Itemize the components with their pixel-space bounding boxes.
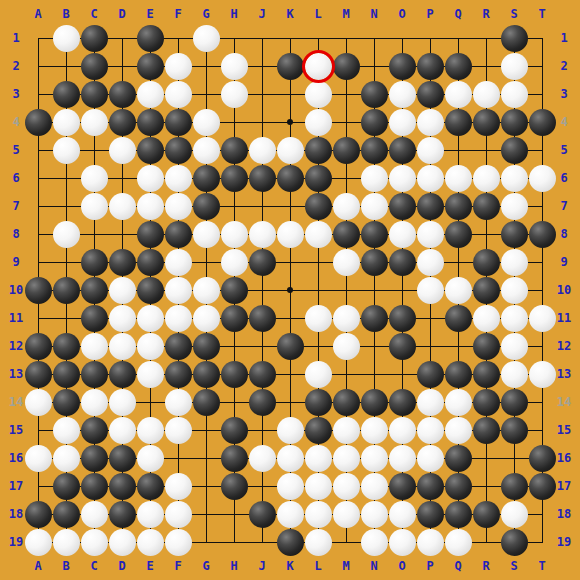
stone-black-H10 xyxy=(221,277,248,304)
stone-black-A10 xyxy=(25,277,52,304)
stone-white-H8 xyxy=(221,221,248,248)
stone-white-L16 xyxy=(305,445,332,472)
stone-white-L19 xyxy=(305,529,332,556)
stone-black-R7 xyxy=(473,193,500,220)
stone-white-N19 xyxy=(361,529,388,556)
coord-label-bottom-H: H xyxy=(220,559,248,573)
stone-white-C4 xyxy=(81,109,108,136)
coord-label-top-D: D xyxy=(108,7,136,21)
coord-label-top-O: O xyxy=(388,7,416,21)
stone-white-P10 xyxy=(417,277,444,304)
coord-label-top-K: K xyxy=(276,7,304,21)
stone-white-E16 xyxy=(137,445,164,472)
stone-black-S14 xyxy=(501,389,528,416)
stone-black-T17 xyxy=(529,473,556,500)
go-board-app: AA11BB22CC33DD44EE55FF66GG77HH88JJ99KK10… xyxy=(0,0,580,580)
stone-white-S9 xyxy=(501,249,528,276)
coord-label-right-1: 1 xyxy=(552,31,576,45)
stone-white-G4 xyxy=(193,109,220,136)
stone-black-O12 xyxy=(389,333,416,360)
stone-black-R4 xyxy=(473,109,500,136)
stone-white-M12 xyxy=(333,333,360,360)
stone-white-H3 xyxy=(221,81,248,108)
coord-label-top-M: M xyxy=(332,7,360,21)
stone-white-T6 xyxy=(529,165,556,192)
stone-white-P15 xyxy=(417,417,444,444)
stone-white-L3 xyxy=(305,81,332,108)
stone-white-E3 xyxy=(137,81,164,108)
stone-black-J18 xyxy=(249,501,276,528)
stone-white-K17 xyxy=(277,473,304,500)
stone-black-P18 xyxy=(417,501,444,528)
stone-black-D9 xyxy=(109,249,136,276)
stone-white-F19 xyxy=(165,529,192,556)
stone-black-J9 xyxy=(249,249,276,276)
stone-white-K16 xyxy=(277,445,304,472)
stone-white-O15 xyxy=(389,417,416,444)
stone-white-P19 xyxy=(417,529,444,556)
stone-black-N14 xyxy=(361,389,388,416)
stone-black-O2 xyxy=(389,53,416,80)
stone-white-M18 xyxy=(333,501,360,528)
stone-black-Q2 xyxy=(445,53,472,80)
stone-black-N8 xyxy=(361,221,388,248)
stone-black-G14 xyxy=(193,389,220,416)
stone-white-C18 xyxy=(81,501,108,528)
stone-black-G12 xyxy=(193,333,220,360)
stone-white-L17 xyxy=(305,473,332,500)
stone-white-O6 xyxy=(389,165,416,192)
stone-white-Q10 xyxy=(445,277,472,304)
stone-white-G1 xyxy=(193,25,220,52)
stone-white-F14 xyxy=(165,389,192,416)
coord-label-bottom-D: D xyxy=(108,559,136,573)
coord-label-bottom-F: F xyxy=(164,559,192,573)
stone-white-E7 xyxy=(137,193,164,220)
stone-white-P6 xyxy=(417,165,444,192)
coord-label-top-A: A xyxy=(24,7,52,21)
stone-black-Q11 xyxy=(445,305,472,332)
coord-label-bottom-S: S xyxy=(500,559,528,573)
coord-label-right-12: 12 xyxy=(552,339,576,353)
stone-white-Q3 xyxy=(445,81,472,108)
stone-black-S5 xyxy=(501,137,528,164)
stone-black-H16 xyxy=(221,445,248,472)
stone-white-P16 xyxy=(417,445,444,472)
stone-black-P2 xyxy=(417,53,444,80)
stone-black-S4 xyxy=(501,109,528,136)
stone-black-O11 xyxy=(389,305,416,332)
stone-black-C9 xyxy=(81,249,108,276)
stone-black-M14 xyxy=(333,389,360,416)
stone-white-K8 xyxy=(277,221,304,248)
stone-black-G13 xyxy=(193,361,220,388)
stone-white-H2 xyxy=(221,53,248,80)
stone-black-B13 xyxy=(53,361,80,388)
stone-black-B10 xyxy=(53,277,80,304)
stone-black-F8 xyxy=(165,221,192,248)
coord-label-top-J: J xyxy=(248,7,276,21)
stone-black-E9 xyxy=(137,249,164,276)
stone-black-M8 xyxy=(333,221,360,248)
stone-black-C3 xyxy=(81,81,108,108)
stone-black-S1 xyxy=(501,25,528,52)
stone-black-N5 xyxy=(361,137,388,164)
stone-black-P7 xyxy=(417,193,444,220)
stone-black-E2 xyxy=(137,53,164,80)
stone-white-A19 xyxy=(25,529,52,556)
stone-white-O4 xyxy=(389,109,416,136)
stone-white-L8 xyxy=(305,221,332,248)
stone-white-L4 xyxy=(305,109,332,136)
coord-label-bottom-M: M xyxy=(332,559,360,573)
stone-black-F4 xyxy=(165,109,192,136)
stone-black-E1 xyxy=(137,25,164,52)
stone-white-S2 xyxy=(501,53,528,80)
stone-white-N17 xyxy=(361,473,388,500)
coord-label-right-7: 7 xyxy=(552,199,576,213)
coord-label-bottom-K: K xyxy=(276,559,304,573)
coord-label-bottom-C: C xyxy=(80,559,108,573)
stone-white-Q19 xyxy=(445,529,472,556)
coord-label-bottom-A: A xyxy=(24,559,52,573)
stone-black-F13 xyxy=(165,361,192,388)
stone-black-C15 xyxy=(81,417,108,444)
coord-label-left-17: 17 xyxy=(4,479,28,493)
stone-black-R18 xyxy=(473,501,500,528)
coord-label-left-1: 1 xyxy=(4,31,28,45)
stone-black-Q8 xyxy=(445,221,472,248)
last-move-marker xyxy=(302,50,335,83)
star-point-K10 xyxy=(287,287,293,293)
stone-white-G5 xyxy=(193,137,220,164)
stone-black-T8 xyxy=(529,221,556,248)
stone-black-J13 xyxy=(249,361,276,388)
goban[interactable]: AA11BB22CC33DD44EE55FF66GG77HH88JJ99KK10… xyxy=(0,0,580,580)
stone-white-A14 xyxy=(25,389,52,416)
stone-black-C10 xyxy=(81,277,108,304)
stone-white-M7 xyxy=(333,193,360,220)
stone-black-R14 xyxy=(473,389,500,416)
stone-white-F2 xyxy=(165,53,192,80)
coord-label-left-5: 5 xyxy=(4,143,28,157)
stone-black-L14 xyxy=(305,389,332,416)
stone-black-L6 xyxy=(305,165,332,192)
stone-white-K18 xyxy=(277,501,304,528)
stone-black-N9 xyxy=(361,249,388,276)
stone-white-O3 xyxy=(389,81,416,108)
coord-label-bottom-T: T xyxy=(528,559,556,573)
coord-label-top-T: T xyxy=(528,7,556,21)
stone-black-O7 xyxy=(389,193,416,220)
stone-black-H15 xyxy=(221,417,248,444)
stone-black-G7 xyxy=(193,193,220,220)
stone-white-O19 xyxy=(389,529,416,556)
stone-white-B4 xyxy=(53,109,80,136)
stone-black-H17 xyxy=(221,473,248,500)
coord-label-bottom-O: O xyxy=(388,559,416,573)
stone-black-J6 xyxy=(249,165,276,192)
stone-white-G11 xyxy=(193,305,220,332)
coord-label-top-F: F xyxy=(164,7,192,21)
stone-white-P8 xyxy=(417,221,444,248)
coord-label-bottom-G: G xyxy=(192,559,220,573)
stone-white-D12 xyxy=(109,333,136,360)
stone-white-K5 xyxy=(277,137,304,164)
stone-white-N15 xyxy=(361,417,388,444)
coord-label-right-15: 15 xyxy=(552,423,576,437)
coord-label-right-10: 10 xyxy=(552,283,576,297)
coord-label-bottom-L: L xyxy=(304,559,332,573)
stone-white-L13 xyxy=(305,361,332,388)
stone-black-C17 xyxy=(81,473,108,500)
stone-white-E12 xyxy=(137,333,164,360)
stone-black-T4 xyxy=(529,109,556,136)
stone-black-D3 xyxy=(109,81,136,108)
coord-label-left-7: 7 xyxy=(4,199,28,213)
stone-black-A18 xyxy=(25,501,52,528)
stone-white-D14 xyxy=(109,389,136,416)
stone-white-Q14 xyxy=(445,389,472,416)
stone-black-L15 xyxy=(305,417,332,444)
stone-white-B16 xyxy=(53,445,80,472)
stone-white-B5 xyxy=(53,137,80,164)
stone-black-C13 xyxy=(81,361,108,388)
stone-black-F12 xyxy=(165,333,192,360)
coord-label-bottom-P: P xyxy=(416,559,444,573)
stone-black-B14 xyxy=(53,389,80,416)
stone-white-E15 xyxy=(137,417,164,444)
stone-black-C16 xyxy=(81,445,108,472)
coord-label-top-E: E xyxy=(136,7,164,21)
stone-black-Q7 xyxy=(445,193,472,220)
stone-black-B18 xyxy=(53,501,80,528)
stone-black-B3 xyxy=(53,81,80,108)
stone-white-O16 xyxy=(389,445,416,472)
stone-black-J14 xyxy=(249,389,276,416)
stone-white-P14 xyxy=(417,389,444,416)
coord-label-left-15: 15 xyxy=(4,423,28,437)
coord-label-right-5: 5 xyxy=(552,143,576,157)
stone-black-D16 xyxy=(109,445,136,472)
stone-white-F17 xyxy=(165,473,192,500)
stone-white-G10 xyxy=(193,277,220,304)
stone-white-E13 xyxy=(137,361,164,388)
stone-black-A4 xyxy=(25,109,52,136)
stone-white-S6 xyxy=(501,165,528,192)
stone-white-F7 xyxy=(165,193,192,220)
stone-white-F15 xyxy=(165,417,192,444)
stone-black-D4 xyxy=(109,109,136,136)
stone-black-M2 xyxy=(333,53,360,80)
stone-black-Q17 xyxy=(445,473,472,500)
stone-white-G8 xyxy=(193,221,220,248)
coord-label-left-2: 2 xyxy=(4,59,28,73)
stone-black-E4 xyxy=(137,109,164,136)
coord-label-top-L: L xyxy=(304,7,332,21)
stone-white-C14 xyxy=(81,389,108,416)
stone-black-E5 xyxy=(137,137,164,164)
stone-black-H5 xyxy=(221,137,248,164)
stone-black-R10 xyxy=(473,277,500,304)
stone-black-A13 xyxy=(25,361,52,388)
stone-black-S17 xyxy=(501,473,528,500)
stone-black-H11 xyxy=(221,305,248,332)
stone-white-E18 xyxy=(137,501,164,528)
stone-white-S18 xyxy=(501,501,528,528)
stone-black-R9 xyxy=(473,249,500,276)
stone-black-R12 xyxy=(473,333,500,360)
stone-black-K12 xyxy=(277,333,304,360)
coord-label-top-Q: Q xyxy=(444,7,472,21)
stone-white-S3 xyxy=(501,81,528,108)
stone-black-H13 xyxy=(221,361,248,388)
coord-label-top-H: H xyxy=(220,7,248,21)
stone-white-B15 xyxy=(53,417,80,444)
stone-white-S11 xyxy=(501,305,528,332)
stone-white-O8 xyxy=(389,221,416,248)
stone-white-B8 xyxy=(53,221,80,248)
coord-label-top-N: N xyxy=(360,7,388,21)
stone-black-E17 xyxy=(137,473,164,500)
stone-white-Q6 xyxy=(445,165,472,192)
stone-black-P3 xyxy=(417,81,444,108)
stone-white-L18 xyxy=(305,501,332,528)
stone-white-D15 xyxy=(109,417,136,444)
stone-white-S7 xyxy=(501,193,528,220)
stone-black-N4 xyxy=(361,109,388,136)
stone-white-N18 xyxy=(361,501,388,528)
stone-white-M9 xyxy=(333,249,360,276)
coord-label-top-S: S xyxy=(500,7,528,21)
stone-white-B19 xyxy=(53,529,80,556)
stone-black-Q13 xyxy=(445,361,472,388)
coord-label-left-11: 11 xyxy=(4,311,28,325)
stone-white-M16 xyxy=(333,445,360,472)
stone-white-F3 xyxy=(165,81,192,108)
stone-white-F9 xyxy=(165,249,192,276)
stone-black-E10 xyxy=(137,277,164,304)
stone-white-D5 xyxy=(109,137,136,164)
stone-white-L11 xyxy=(305,305,332,332)
stone-white-D19 xyxy=(109,529,136,556)
stone-black-B12 xyxy=(53,333,80,360)
stone-black-G6 xyxy=(193,165,220,192)
stone-black-C2 xyxy=(81,53,108,80)
stone-white-M15 xyxy=(333,417,360,444)
stone-white-D7 xyxy=(109,193,136,220)
coord-label-right-9: 9 xyxy=(552,255,576,269)
stone-white-J5 xyxy=(249,137,276,164)
stone-black-Q18 xyxy=(445,501,472,528)
stone-white-N7 xyxy=(361,193,388,220)
coord-label-right-19: 19 xyxy=(552,535,576,549)
stone-black-A12 xyxy=(25,333,52,360)
star-point-K4 xyxy=(287,119,293,125)
stone-white-F11 xyxy=(165,305,192,332)
stone-white-E19 xyxy=(137,529,164,556)
stone-black-O9 xyxy=(389,249,416,276)
stone-black-S8 xyxy=(501,221,528,248)
stone-black-O14 xyxy=(389,389,416,416)
coord-label-bottom-Q: Q xyxy=(444,559,472,573)
stone-black-R15 xyxy=(473,417,500,444)
stone-black-S19 xyxy=(501,529,528,556)
stone-white-A16 xyxy=(25,445,52,472)
stone-white-C12 xyxy=(81,333,108,360)
stone-black-K19 xyxy=(277,529,304,556)
stone-white-F6 xyxy=(165,165,192,192)
coord-label-bottom-E: E xyxy=(136,559,164,573)
coord-label-right-18: 18 xyxy=(552,507,576,521)
stone-black-C1 xyxy=(81,25,108,52)
stone-white-S13 xyxy=(501,361,528,388)
coord-label-bottom-R: R xyxy=(472,559,500,573)
stone-white-N16 xyxy=(361,445,388,472)
stone-white-T13 xyxy=(529,361,556,388)
stone-black-B17 xyxy=(53,473,80,500)
coord-label-top-R: R xyxy=(472,7,500,21)
stone-white-R3 xyxy=(473,81,500,108)
stone-white-C6 xyxy=(81,165,108,192)
stone-black-M5 xyxy=(333,137,360,164)
stone-white-Q15 xyxy=(445,417,472,444)
stone-white-D11 xyxy=(109,305,136,332)
stone-black-D17 xyxy=(109,473,136,500)
stone-white-D10 xyxy=(109,277,136,304)
coord-label-right-2: 2 xyxy=(552,59,576,73)
coord-label-right-3: 3 xyxy=(552,87,576,101)
coord-label-left-8: 8 xyxy=(4,227,28,241)
stone-black-F5 xyxy=(165,137,192,164)
stone-black-E8 xyxy=(137,221,164,248)
coord-label-top-P: P xyxy=(416,7,444,21)
coord-label-top-B: B xyxy=(52,7,80,21)
coord-label-bottom-B: B xyxy=(52,559,80,573)
stone-black-O17 xyxy=(389,473,416,500)
stone-black-P13 xyxy=(417,361,444,388)
stone-black-C11 xyxy=(81,305,108,332)
stone-white-C19 xyxy=(81,529,108,556)
stone-black-O5 xyxy=(389,137,416,164)
stone-black-R13 xyxy=(473,361,500,388)
stone-black-Q4 xyxy=(445,109,472,136)
stone-white-H9 xyxy=(221,249,248,276)
stone-white-O18 xyxy=(389,501,416,528)
coord-label-top-G: G xyxy=(192,7,220,21)
stone-black-N3 xyxy=(361,81,388,108)
stone-white-M17 xyxy=(333,473,360,500)
stone-white-R11 xyxy=(473,305,500,332)
stone-black-K6 xyxy=(277,165,304,192)
coord-label-bottom-N: N xyxy=(360,559,388,573)
stone-white-P9 xyxy=(417,249,444,276)
stone-black-L7 xyxy=(305,193,332,220)
stone-white-S12 xyxy=(501,333,528,360)
stone-white-B1 xyxy=(53,25,80,52)
stone-black-Q16 xyxy=(445,445,472,472)
stone-black-L5 xyxy=(305,137,332,164)
stone-black-D18 xyxy=(109,501,136,528)
coord-label-right-14: 14 xyxy=(552,395,576,409)
stone-white-R6 xyxy=(473,165,500,192)
coord-label-left-6: 6 xyxy=(4,171,28,185)
stone-white-F10 xyxy=(165,277,192,304)
stone-white-J8 xyxy=(249,221,276,248)
stone-white-N6 xyxy=(361,165,388,192)
stone-black-N11 xyxy=(361,305,388,332)
stone-white-C7 xyxy=(81,193,108,220)
